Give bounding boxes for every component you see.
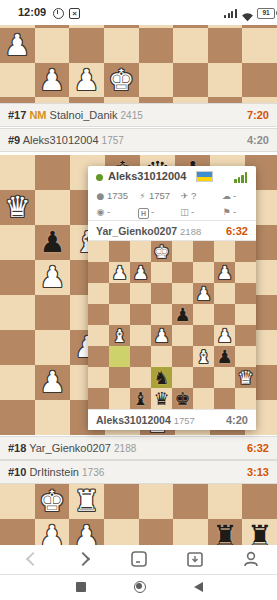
connection-signal-icon <box>234 172 248 183</box>
player-name: DrItinstein <box>29 466 79 478</box>
rating-value: - <box>233 206 236 217</box>
horde-icon: H <box>138 208 149 219</box>
battery-icon: 91 <box>257 8 275 19</box>
rating-value: - <box>191 206 194 217</box>
opponent-clock: 6:32 <box>226 225 248 237</box>
board-square <box>214 304 235 325</box>
game-number: #10 <box>8 466 26 478</box>
white-pawn-piece: ♟ <box>35 519 70 545</box>
board-square <box>0 225 35 260</box>
board-square <box>130 367 151 388</box>
board-square <box>109 304 130 325</box>
app-screen: 12:09 × 91 ♟♟♟♚ #17 NM Stalnoi_Danik 241… <box>0 0 277 600</box>
online-dot-icon <box>96 174 103 181</box>
popup-username: Aleks31012004 <box>108 170 186 182</box>
rating-value: 1757 <box>149 190 170 201</box>
black-bishop-piece: ♝ <box>130 388 151 409</box>
popup-header[interactable]: Aleks31012004 <box>88 166 256 188</box>
board-square <box>208 63 243 98</box>
black-pawn-piece: ♟ <box>172 304 193 325</box>
turtle-icon: ● <box>94 188 107 204</box>
white-queen-piece: ♛ <box>235 367 256 388</box>
boxed-grid-icon: ◫ <box>178 204 191 220</box>
board-square <box>193 367 214 388</box>
board-square <box>139 519 174 545</box>
board-square <box>214 388 235 409</box>
white-king-piece: ♚ <box>151 241 172 262</box>
board-square <box>151 262 172 283</box>
board-square <box>173 28 208 63</box>
board-square <box>88 367 109 388</box>
game-clock: 6:32 <box>247 442 269 454</box>
board-preview-10[interactable]: ♚♜♟♟♜♜ <box>0 484 277 545</box>
board-square <box>88 325 109 346</box>
import-tab-icon[interactable] <box>184 548 206 570</box>
white-pawn-piece: ♟ <box>69 63 104 98</box>
wifi-icon <box>241 8 254 26</box>
board-square <box>104 484 139 519</box>
white-queen-piece: ♛ <box>0 190 35 225</box>
rating-value: ? <box>191 190 196 201</box>
black-queen-piece: ♛ <box>151 388 172 409</box>
game-clock: 7:20 <box>247 109 269 121</box>
board-preview-17[interactable]: ♟♟♟♚ <box>0 25 277 103</box>
board-square <box>242 484 277 519</box>
board-square <box>208 28 243 63</box>
rating-value: - <box>107 206 110 217</box>
board-square <box>173 63 208 98</box>
board-square <box>173 519 208 545</box>
board-square <box>88 304 109 325</box>
board-square <box>130 283 151 304</box>
ratings-row-1: ●1735 ⚡1757 ✈? ☁- <box>88 188 256 204</box>
player-rating: 1757 <box>174 415 195 426</box>
app-bottom-nav <box>0 545 277 574</box>
flag-icon: ⚑ <box>220 204 233 220</box>
board-square <box>151 283 172 304</box>
status-bar: 12:09 × 91 <box>0 0 277 25</box>
board-square <box>151 304 172 325</box>
white-pawn-piece: ♟ <box>130 262 151 283</box>
black-rook-piece: ♜ <box>208 519 243 545</box>
board-square <box>35 330 70 365</box>
player-rating: 2415 <box>121 110 143 121</box>
board-square <box>130 346 151 367</box>
player-rating: 2188 <box>114 443 136 454</box>
recents-icon[interactable] <box>76 582 86 592</box>
black-king-piece: ♚ <box>172 388 193 409</box>
board-square <box>193 262 214 283</box>
board-square <box>214 241 235 262</box>
home-icon[interactable] <box>134 581 146 593</box>
board-square <box>172 283 193 304</box>
board-square <box>173 484 208 519</box>
cell-signal-icon <box>224 9 237 18</box>
board-square <box>235 262 256 283</box>
rabbit-icon: ⚡ <box>136 188 149 204</box>
board-square <box>109 241 130 262</box>
board-square <box>172 241 193 262</box>
board-square <box>0 365 35 400</box>
board-square <box>0 155 35 190</box>
rating-value: - <box>233 190 236 201</box>
board-square <box>35 155 70 190</box>
board-square <box>0 63 35 98</box>
opponent-rating: 2188 <box>180 226 201 237</box>
alarm-icon <box>53 8 64 19</box>
board-square <box>0 330 35 365</box>
white-pawn-piece: ♟ <box>109 262 130 283</box>
player-name: Aleks31012004 <box>23 134 99 146</box>
player-title: NM <box>29 109 46 121</box>
last-move-square <box>109 346 130 367</box>
board-tab-icon[interactable] <box>128 548 150 570</box>
game-clock: 3:13 <box>247 466 269 478</box>
white-pawn-piece: ♟ <box>214 325 235 346</box>
profile-tab-icon[interactable] <box>240 548 262 570</box>
board-square <box>35 190 70 225</box>
black-rook-piece: ♜ <box>242 519 277 545</box>
board-square <box>139 63 174 98</box>
board-square <box>0 295 35 330</box>
player-rating: 1736 <box>82 467 104 478</box>
board-square <box>235 388 256 409</box>
white-pawn-piece: ♟ <box>151 325 172 346</box>
black-pawn-piece: ♟ <box>214 346 235 367</box>
board-square <box>214 367 235 388</box>
white-pawn-piece: ♟ <box>35 365 70 400</box>
white-bishop-piece: ♝ <box>193 346 214 367</box>
board-square <box>172 262 193 283</box>
board-square <box>0 519 35 545</box>
white-king-piece: ♚ <box>104 63 139 98</box>
player-bar: Aleks31012004 1757 4:20 <box>88 409 256 430</box>
board-square <box>130 304 151 325</box>
board-square <box>193 388 214 409</box>
board-square <box>88 346 109 367</box>
board-square <box>172 325 193 346</box>
player-name: Stalnoi_Danik <box>50 109 118 121</box>
board-square <box>193 325 214 346</box>
board-square <box>0 260 35 295</box>
white-king-piece: ♚ <box>35 484 70 519</box>
player-name: Aleks31012004 <box>96 414 171 426</box>
board-square <box>35 295 70 330</box>
system-nav-bar <box>0 574 277 600</box>
board-square <box>130 325 151 346</box>
board-square <box>193 241 214 262</box>
clock-time: 12:09 <box>18 6 46 18</box>
ukraine-flag-icon <box>196 171 213 182</box>
board-square <box>172 367 193 388</box>
board-square <box>88 388 109 409</box>
back-icon[interactable] <box>194 582 203 592</box>
board-square <box>172 346 193 367</box>
ratings-row-2: ◉- H- ◫- ⚑- <box>88 204 256 220</box>
cloud-icon: ☁ <box>220 188 233 204</box>
board-square <box>69 28 104 63</box>
player-clock: 4:20 <box>226 414 248 426</box>
white-bishop-piece: ♝ <box>109 325 130 346</box>
white-pawn-piece: ♟ <box>35 260 70 295</box>
white-pawn-piece: ♟ <box>0 28 35 63</box>
eye-icon: ◉ <box>94 204 107 220</box>
rating-value: 1735 <box>107 190 128 201</box>
board-square <box>235 241 256 262</box>
board-square <box>235 325 256 346</box>
board-square <box>104 519 139 545</box>
black-pawn-piece: ♟ <box>35 225 70 260</box>
user-popup-card: Aleks31012004 ●1735 ⚡1757 ✈? ☁- ◉- H- ◫-… <box>88 166 256 430</box>
board-square <box>214 283 235 304</box>
board-square <box>104 28 139 63</box>
board-square <box>0 400 35 435</box>
white-pawn-piece: ♟ <box>193 283 214 304</box>
popup-mini-board[interactable]: ♚♟♟♟♟♟♝♟♟♝♟♞♛♝♛♚ <box>88 241 256 409</box>
player-rating: 1757 <box>102 135 124 146</box>
game-row-18[interactable]: #18 Yar_Gienko0207 2188 6:32 <box>0 436 277 460</box>
board-square <box>0 484 35 519</box>
board-square <box>242 28 277 63</box>
chevron-right-icon[interactable] <box>76 552 90 566</box>
opponent-name: Yar_Gienko0207 <box>96 225 177 237</box>
board-square <box>130 241 151 262</box>
opponent-bar: Yar_Gienko0207 2188 6:32 <box>88 220 256 241</box>
player-name: Yar_Gienko0207 <box>29 442 111 454</box>
board-square <box>193 304 214 325</box>
board-square <box>235 346 256 367</box>
game-number: #18 <box>8 442 26 454</box>
board-square <box>208 484 243 519</box>
board-square <box>235 283 256 304</box>
board-square <box>235 304 256 325</box>
mute-icon: × <box>69 8 80 19</box>
board-square <box>35 28 70 63</box>
white-pawn-piece: ♟ <box>35 63 70 98</box>
game-row-17[interactable]: #17 NM Stalnoi_Danik 2415 7:20 <box>0 103 277 127</box>
game-row-10[interactable]: #10 DrItinstein 1736 3:13 <box>0 460 277 484</box>
white-pawn-piece: ♟ <box>69 519 104 545</box>
board-square <box>88 283 109 304</box>
board-square <box>35 400 70 435</box>
board-square <box>242 63 277 98</box>
board-square <box>88 241 109 262</box>
game-number: #17 <box>8 109 26 121</box>
board-square <box>109 367 130 388</box>
board-square <box>109 283 130 304</box>
board-square <box>151 346 172 367</box>
game-number: #9 <box>8 134 20 146</box>
board-square <box>109 388 130 409</box>
game-row-9[interactable]: #9 Aleks31012004 1757 4:20 <box>0 128 277 152</box>
chevron-left-icon[interactable] <box>26 552 40 566</box>
rating-value: - <box>151 206 154 217</box>
game-clock: 4:20 <box>247 134 269 146</box>
board-square <box>88 262 109 283</box>
white-pawn-piece: ♟ <box>214 262 235 283</box>
paper-plane-icon: ✈ <box>178 188 191 204</box>
white-rook-piece: ♜ <box>69 484 104 519</box>
black-knight-piece: ♞ <box>151 367 172 388</box>
board-square <box>139 28 174 63</box>
board-square <box>139 484 174 519</box>
